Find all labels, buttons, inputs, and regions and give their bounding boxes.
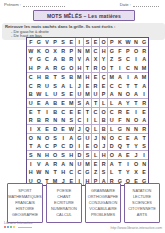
grid-cell: T (84, 108, 92, 116)
grid-cell: B (35, 116, 43, 124)
grid-cell: E (124, 151, 132, 159)
grid-cell: P (124, 47, 132, 55)
grid-cell: R (92, 81, 100, 89)
grid-cell: E (43, 125, 51, 133)
grid-cell: G (116, 125, 124, 133)
grid-cell: O (43, 134, 51, 142)
grid-cell: N (59, 116, 67, 124)
grid-cell: C (27, 81, 35, 89)
word-list-boxes: SPORTMATHEMATIQUESFRANCAISHISTOIREGEOGRA… (7, 183, 160, 223)
page-header: Prénom : Date : (4, 2, 161, 10)
grid-cell: O (108, 134, 116, 142)
grid-cell: N (35, 151, 43, 159)
grid-cell: A (116, 151, 124, 159)
grid-cell: E (92, 160, 100, 168)
grid-cell: R (43, 116, 51, 124)
grid-cell: H (100, 47, 108, 55)
logo-dot (10, 226, 12, 228)
grid-cell: P (51, 38, 59, 46)
grid-cell: J (92, 134, 100, 142)
grid-cell: C (59, 108, 67, 116)
grid-cell: O (100, 64, 108, 72)
grid-cell: N (116, 90, 124, 98)
grid-cell: A (140, 116, 148, 124)
grid-cell: R (140, 99, 148, 107)
grid-cell: W (67, 125, 75, 133)
grid-cell: N (132, 38, 140, 46)
prenom-writing-line (23, 2, 65, 7)
grid-cell: Y (27, 55, 35, 63)
grid-cell: L (92, 125, 100, 133)
grid-cell: R (51, 64, 59, 72)
grid-cell: L (100, 99, 108, 107)
grid-cell: S (67, 116, 75, 124)
grid-cell: R (59, 47, 67, 55)
grid-cell: G (84, 168, 92, 176)
grid-cell: M (84, 47, 92, 55)
grid-cell: I (84, 116, 92, 124)
grid-cell: Q (116, 142, 124, 150)
grid-cell: H (76, 64, 84, 72)
grid-cell: N (43, 168, 51, 176)
grid-cell: J (132, 151, 140, 159)
grid-cell: P (35, 64, 43, 72)
grid-cell: T (140, 134, 148, 142)
grid-cell: L (92, 116, 100, 124)
grid-cell: S (84, 151, 92, 159)
grid-cell: X (35, 125, 43, 133)
grid-cell: U (84, 134, 92, 142)
grid-cell: O (132, 116, 140, 124)
word-box-2: POESIECHANTECRITURENUMERATIONCALCUL (46, 183, 82, 223)
grid-cell: D (51, 125, 59, 133)
grid-cell: T (124, 142, 132, 150)
grid-cell: R (100, 160, 108, 168)
grid-cell: T (27, 142, 35, 150)
worksheet-title: MOTS MÊLÉS – Les matières (33, 10, 135, 21)
grid-cell: I (132, 55, 140, 63)
word-box-1: SPORTMATHEMATIQUESFRANCAISHISTOIREGEOGRA… (7, 183, 43, 223)
grid-cell: C (116, 81, 124, 89)
grid-cell: A (59, 81, 67, 89)
grid-cell: O (92, 142, 100, 150)
grid-cell: N (124, 125, 132, 133)
logo-dot (4, 226, 6, 228)
grid-cell: O (132, 47, 140, 55)
grid-cell: Q (84, 125, 92, 133)
grid-cell: A (35, 142, 43, 150)
grid-cell: O (108, 151, 116, 159)
grid-cell: C (27, 73, 35, 81)
word-list-item: ARTS (137, 212, 147, 218)
grid-cell: E (35, 99, 43, 107)
grid-cell: T (92, 99, 100, 107)
grid-cell: I (140, 90, 148, 98)
grid-cell: T (116, 168, 124, 176)
grid-cell: B (100, 116, 108, 124)
grid-cell: E (84, 142, 92, 150)
grid-cell: M (108, 73, 116, 81)
grid-cell: E (92, 38, 100, 46)
grid-cell: T (35, 108, 43, 116)
grid-cell: R (27, 116, 35, 124)
word-list-item: GEOGRAPHIE (12, 212, 38, 218)
grid-cell: A (84, 55, 92, 63)
grid-cell: E (59, 125, 67, 133)
grid-cell: G (35, 55, 43, 63)
grid-cell: R (92, 64, 100, 72)
grid-cell: E (140, 108, 148, 116)
grid-cell: B (43, 73, 51, 81)
grid-cell: N (35, 134, 43, 142)
grid-cell: S (59, 73, 67, 81)
grid-cell: E (67, 90, 75, 98)
grid-cell: C (76, 168, 84, 176)
grid-cell: H (100, 151, 108, 159)
grid-cell: Y (100, 55, 108, 63)
publisher-logo: Librairie Interactive (4, 221, 33, 228)
grid-cell: H (35, 73, 43, 81)
grid-cell: T (108, 64, 116, 72)
grid-cell: O (51, 151, 59, 159)
grid-cell: N (124, 116, 132, 124)
grid-cell: I (59, 134, 67, 142)
grid-cell: Y (124, 99, 132, 107)
grid-cell: W (35, 168, 43, 176)
grid-cell: U (76, 90, 84, 98)
grid-cell: A (51, 55, 59, 63)
grid-cell: A (132, 73, 140, 81)
grid-cell: O (43, 47, 51, 55)
grid-cell: I (43, 108, 51, 116)
grid-cell: F (116, 47, 124, 55)
grid-cell: R (35, 81, 43, 89)
logo-dot (7, 226, 9, 228)
grid-cell: K (116, 38, 124, 46)
grid-cell: K (35, 47, 43, 55)
grid-cell: C (59, 142, 67, 150)
grid-cell: T (51, 168, 59, 176)
grid-cell: A (59, 160, 67, 168)
grid-cell: P (51, 142, 59, 150)
grid-cell: G (35, 38, 43, 46)
grid-cell: S (140, 142, 148, 150)
grid-cell: I (132, 108, 140, 116)
grid-cell: A (108, 90, 116, 98)
grid-cell: B (67, 73, 75, 81)
grid-cell: X (132, 168, 140, 176)
word-box-4: NATATIONLECTURESCIENCESCITOYENNETEARTS (124, 183, 160, 223)
grid-cell: V (43, 38, 51, 46)
grid-cell: S (51, 134, 59, 142)
grid-cell: S (51, 81, 59, 89)
grid-cell: E (140, 168, 148, 176)
grid-cell: A (108, 160, 116, 168)
grid-cell: B (100, 125, 108, 133)
grid-cell: L (43, 90, 51, 98)
grid-cell: D (76, 151, 84, 159)
grid-cell: L (108, 99, 116, 107)
grid-cell: E (67, 38, 75, 46)
grid-cell: C (124, 64, 132, 72)
grid-cell: T (132, 99, 140, 107)
grid-cell: D (67, 142, 75, 150)
logo-dot (13, 226, 15, 228)
grid-cell: U (27, 99, 35, 107)
grid-cell: I (124, 160, 132, 168)
grid-cell: G (140, 38, 148, 46)
grid-cell: S (84, 38, 92, 46)
grid-cell: H (43, 151, 51, 159)
grid-cell: C (92, 108, 100, 116)
grid-cell: O (100, 38, 108, 46)
grid-cell: H (59, 168, 67, 176)
grid-cell: U (51, 90, 59, 98)
grid-cell: O (67, 64, 75, 72)
grid-cell: I (124, 73, 132, 81)
grid-cell: Y (124, 168, 132, 176)
grid-cell: M (84, 160, 92, 168)
grid-cell: R (67, 55, 75, 63)
word-list-item: CALCUL (56, 212, 71, 218)
word-box-3: GRAMMAIREORTHOGRAPHECONJUGAISONVOCABULAI… (85, 183, 121, 223)
grid-cell: C (108, 108, 116, 116)
grid-cell: E (67, 108, 75, 116)
grid-cell: B (51, 108, 59, 116)
grid-cell: M (140, 64, 148, 72)
grid-cell: I (76, 38, 84, 46)
grid-cell: I (76, 142, 84, 150)
grid-cell: C (76, 116, 84, 124)
grid-cell: U (108, 116, 116, 124)
grid-cell: W (35, 90, 43, 98)
grid-cell: S (116, 55, 124, 63)
grid-cell: L (67, 81, 75, 89)
grid-cell: U (92, 90, 100, 98)
grid-cell: M (67, 99, 75, 107)
prenom-field: Prénom : (4, 2, 65, 7)
prenom-label: Prénom : (4, 2, 21, 7)
grid-cell: I (116, 64, 124, 72)
grid-cell: G (59, 64, 67, 72)
grid-cell: G (108, 47, 116, 55)
grid-cell: J (76, 125, 84, 133)
grid-cell: A (43, 160, 51, 168)
grid-cell: N (140, 160, 148, 168)
grid-cell: Z (92, 168, 100, 176)
grid-cell: C (124, 55, 132, 63)
grid-cell: C (43, 55, 51, 63)
grid-cell: A (116, 73, 124, 81)
grid-cell: H (67, 151, 75, 159)
grid-cell: J (100, 142, 108, 150)
grid-cell: L (108, 125, 116, 133)
logo-dash (18, 227, 32, 228)
grid-cell: H (27, 64, 35, 72)
grid-cell: T (124, 81, 132, 89)
grid-cell: D (108, 142, 116, 150)
grid-cell: M (140, 73, 148, 81)
grid-cell: S (76, 99, 84, 107)
grid-cell: M (84, 90, 92, 98)
grid-cell: V (35, 160, 43, 168)
grid-cell: H (84, 73, 92, 81)
grid-cell: A (43, 64, 51, 72)
grid-cell: E (92, 73, 100, 81)
grid-cell: C (92, 47, 100, 55)
grid-cell: N (67, 160, 75, 168)
grid-cell: F (27, 38, 35, 46)
grid-cell: V (76, 55, 84, 63)
grid-cell: A (84, 99, 92, 107)
grid-cell: E (76, 108, 84, 116)
grid-cell: B (59, 55, 67, 63)
grid-cell: M (76, 73, 84, 81)
grid-cell: U (43, 81, 51, 89)
date-field: Date : (120, 2, 159, 7)
grid-cell: S (27, 151, 35, 159)
grid-cell: P (100, 90, 108, 98)
grid-cell: H (27, 168, 35, 176)
grid-cell: X (92, 55, 100, 63)
grid-cell: E (124, 108, 132, 116)
grid-cell: A (116, 99, 124, 107)
grid-cell: R (116, 108, 124, 116)
grid-cell: P (108, 38, 116, 46)
grid-cell: I (140, 151, 148, 159)
grid-cell: S (59, 151, 67, 159)
grid-cell: E (84, 81, 92, 89)
grid-cell: A (132, 90, 140, 98)
grid-cell: R (140, 47, 148, 55)
grid-cell: C (43, 142, 51, 150)
grid-cell: N (51, 116, 59, 124)
grid-cell: A (140, 81, 148, 89)
grid-cell: G (76, 134, 84, 142)
grid-cell: S (59, 90, 67, 98)
grid-cell: C (108, 81, 116, 89)
grid-cell: O (100, 108, 108, 116)
grid-cell: O (124, 90, 132, 98)
grid-cell: T (132, 81, 140, 89)
source-url: http://www.librairie-interactive.com (111, 226, 162, 230)
grid-cell: N (100, 134, 108, 142)
grid-cell: O (132, 160, 140, 168)
word-search-grid: FGVPSEISEOPKWNGWKOXRPNMCHGFPORYGCABRVAXY… (26, 37, 149, 186)
grid-cell: P (67, 47, 75, 55)
date-label: Date : (120, 2, 131, 7)
grid-cell: N (76, 47, 84, 55)
grid-cell: T (51, 73, 59, 81)
grid-cell: R (140, 125, 148, 133)
grid-cell: A (140, 55, 148, 63)
grid-cell: T (84, 64, 92, 72)
grid-cell: Z (108, 55, 116, 63)
grid-cell: C (67, 168, 75, 176)
grid-cell: L (92, 151, 100, 159)
grid-cell: E (100, 81, 108, 89)
grid-cell: T (116, 160, 124, 168)
grid-cell: N (132, 125, 140, 133)
grid-cell: A (67, 134, 75, 142)
grid-cell: C (116, 134, 124, 142)
grid-cell: N (132, 64, 140, 72)
grid-cell: J (76, 81, 84, 89)
grid-cell: I (27, 125, 35, 133)
grid-cell: E (27, 108, 35, 116)
grid-cell: F (116, 116, 124, 124)
grid-cell: A (132, 134, 140, 142)
grid-cell: S (100, 168, 108, 176)
publisher-logo-text: Librairie Interactive (4, 221, 33, 225)
grid-cell: E (124, 134, 132, 142)
grid-cell: S (59, 38, 67, 46)
grid-cell: A (43, 99, 51, 107)
grid-cell: I (27, 160, 35, 168)
word-list-item: PROBLEMES (91, 212, 115, 218)
grid-cell: W (27, 47, 35, 55)
grid-cell: Y (132, 142, 140, 150)
grid-cell: X (51, 47, 59, 55)
grid-cell: R (51, 160, 59, 168)
publisher-logo-dots (4, 226, 33, 228)
grid-cell: U (76, 160, 84, 168)
grid-cell: L (108, 168, 116, 176)
date-writing-line (133, 2, 159, 7)
grid-cell: O (27, 134, 35, 142)
grid-cell: B (51, 99, 59, 107)
grid-cell: E (59, 99, 67, 107)
grid-cell: B (27, 90, 35, 98)
grid-cell: Ç (100, 73, 108, 81)
grid-cell: W (124, 38, 132, 46)
